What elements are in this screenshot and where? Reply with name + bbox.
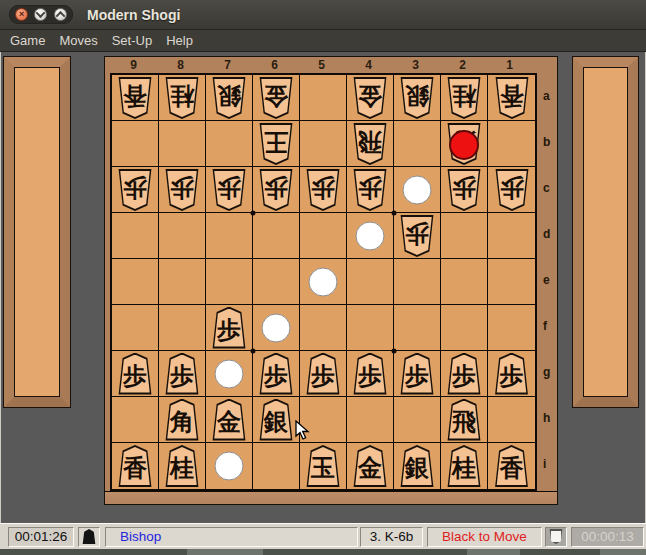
menubar: Game Moves Set-Up Help [0, 30, 646, 52]
black-bishop[interactable]: 角 [162, 399, 202, 441]
black-player-piece-icon [78, 527, 100, 547]
square-5e[interactable] [300, 259, 347, 305]
square-1e[interactable] [488, 259, 535, 305]
black-pawn[interactable]: 歩 [209, 307, 249, 349]
square-8d[interactable] [159, 213, 206, 259]
square-3c[interactable] [394, 167, 441, 213]
minimize-icon[interactable] [34, 8, 47, 21]
last-move-label: 3. K-6b [360, 527, 423, 547]
square-6d[interactable] [253, 213, 300, 259]
white-pawn[interactable]: 歩 [444, 169, 484, 211]
square-9g[interactable]: 歩 [112, 351, 159, 397]
black-gold[interactable]: 金 [350, 445, 390, 487]
move-hint-circle[interactable] [356, 221, 385, 250]
square-2g[interactable]: 歩 [441, 351, 488, 397]
square-7h[interactable]: 金 [206, 397, 253, 443]
rank-label: d [537, 211, 557, 257]
black-pawn[interactable]: 歩 [115, 353, 155, 395]
square-7f[interactable]: 歩 [206, 305, 253, 351]
menu-item-moves[interactable]: Moves [52, 31, 104, 50]
square-4i[interactable]: 金 [347, 443, 394, 489]
square-9e[interactable] [112, 259, 159, 305]
square-8a[interactable]: 桂 [159, 75, 206, 121]
square-5g[interactable]: 歩 [300, 351, 347, 397]
square-2f[interactable] [441, 305, 488, 351]
square-7c[interactable]: 歩 [206, 167, 253, 213]
square-2h[interactable]: 飛 [441, 397, 488, 443]
white-pawn[interactable]: 歩 [397, 215, 437, 257]
file-label: 8 [157, 57, 204, 73]
black-silver[interactable]: 銀 [397, 445, 437, 487]
black-rook[interactable]: 飛 [444, 399, 484, 441]
square-2b[interactable]: 角 [441, 121, 488, 167]
window-controls: × [9, 5, 73, 24]
square-4f[interactable] [347, 305, 394, 351]
app-window: × Modern Shogi Game Moves Set-Up Help 98… [0, 0, 646, 555]
square-1d[interactable] [488, 213, 535, 259]
white-lance[interactable]: 香 [492, 77, 532, 119]
square-1b[interactable] [488, 121, 535, 167]
black-pawn[interactable]: 歩 [444, 353, 484, 395]
square-5b[interactable] [300, 121, 347, 167]
white-silver[interactable]: 銀 [397, 77, 437, 119]
square-2e[interactable] [441, 259, 488, 305]
square-4e[interactable] [347, 259, 394, 305]
square-5c[interactable]: 歩 [300, 167, 347, 213]
black-pawn[interactable]: 歩 [492, 353, 532, 395]
square-3e[interactable] [394, 259, 441, 305]
square-9a[interactable]: 香 [112, 75, 159, 121]
square-6i[interactable] [253, 443, 300, 489]
move-hint-circle[interactable] [215, 359, 244, 388]
rank-label: i [537, 441, 557, 487]
square-6b[interactable]: 王 [253, 121, 300, 167]
capture-hint-circle[interactable] [449, 130, 479, 160]
white-pawn[interactable]: 歩 [256, 169, 296, 211]
square-3d[interactable]: 歩 [394, 213, 441, 259]
square-3i[interactable]: 銀 [394, 443, 441, 489]
square-9f[interactable] [112, 305, 159, 351]
white-knight[interactable]: 桂 [444, 77, 484, 119]
square-8h[interactable]: 角 [159, 397, 206, 443]
square-7e[interactable] [206, 259, 253, 305]
black-pawn[interactable]: 歩 [303, 353, 343, 395]
black-knight[interactable]: 桂 [162, 445, 202, 487]
square-7a[interactable]: 銀 [206, 75, 253, 121]
menu-item-help[interactable]: Help [159, 31, 200, 50]
close-icon[interactable]: × [15, 8, 28, 21]
square-4h[interactable] [347, 397, 394, 443]
maximize-icon[interactable] [54, 8, 67, 21]
rank-label: g [537, 349, 557, 395]
square-8c[interactable]: 歩 [159, 167, 206, 213]
white-pawn[interactable]: 歩 [492, 169, 532, 211]
window-bottom-edge [0, 549, 646, 555]
white-gold[interactable]: 金 [256, 77, 296, 119]
file-label: 4 [345, 57, 392, 73]
square-9i[interactable]: 香 [112, 443, 159, 489]
square-8e[interactable] [159, 259, 206, 305]
square-3h[interactable] [394, 397, 441, 443]
square-9d[interactable] [112, 213, 159, 259]
square-9h[interactable] [112, 397, 159, 443]
rank-label: f [537, 303, 557, 349]
board-grid: 香桂銀金金銀桂香王飛角歩歩歩歩歩歩歩歩歩歩歩歩歩歩歩歩歩歩角金銀飛香桂玉金銀桂香 [110, 73, 537, 491]
white-rook[interactable]: 飛 [350, 123, 390, 165]
square-8b[interactable] [159, 121, 206, 167]
board-bottom-edge [105, 491, 557, 504]
rank-label: h [537, 395, 557, 441]
square-1f[interactable] [488, 305, 535, 351]
square-1c[interactable]: 歩 [488, 167, 535, 213]
square-1g[interactable]: 歩 [488, 351, 535, 397]
main-area: 987654321 香桂銀金金銀桂香王飛角歩歩歩歩歩歩歩歩歩歩歩歩歩歩歩歩歩歩角… [0, 52, 646, 523]
star-point [251, 211, 256, 216]
file-label: 5 [298, 57, 345, 73]
move-hint-circle[interactable] [215, 452, 244, 481]
menu-item-game[interactable]: Game [3, 31, 52, 50]
star-point [251, 349, 256, 354]
square-7d[interactable] [206, 213, 253, 259]
white-gold[interactable]: 金 [350, 77, 390, 119]
black-silver[interactable]: 銀 [256, 399, 296, 441]
file-label: 6 [251, 57, 298, 73]
shogi-board: 987654321 香桂銀金金銀桂香王飛角歩歩歩歩歩歩歩歩歩歩歩歩歩歩歩歩歩歩角… [105, 57, 557, 504]
move-hint-circle[interactable] [309, 267, 338, 296]
square-4g[interactable]: 歩 [347, 351, 394, 397]
white-pawn[interactable]: 歩 [115, 169, 155, 211]
black-pawn[interactable]: 歩 [162, 353, 202, 395]
white-king[interactable]: 王 [256, 123, 296, 165]
square-2i[interactable]: 桂 [441, 443, 488, 489]
star-point [392, 349, 397, 354]
file-coordinates: 987654321 [110, 57, 533, 73]
square-8f[interactable] [159, 305, 206, 351]
square-5a[interactable] [300, 75, 347, 121]
square-7g[interactable] [206, 351, 253, 397]
white-player-piece-icon [545, 527, 567, 547]
white-pawn[interactable]: 歩 [162, 169, 202, 211]
square-5f[interactable] [300, 305, 347, 351]
square-7b[interactable] [206, 121, 253, 167]
titlebar: × Modern Shogi [0, 0, 646, 30]
star-point [392, 211, 397, 216]
black-captured-tray[interactable] [4, 57, 70, 407]
square-5d[interactable] [300, 213, 347, 259]
rank-label: b [537, 119, 557, 165]
black-gold[interactable]: 金 [209, 399, 249, 441]
square-6g[interactable]: 歩 [253, 351, 300, 397]
rank-label: a [537, 73, 557, 119]
square-2d[interactable] [441, 213, 488, 259]
square-4d[interactable] [347, 213, 394, 259]
black-clock: 00:01:26 [8, 527, 74, 547]
square-3b[interactable] [394, 121, 441, 167]
file-label: 3 [392, 57, 439, 73]
square-8g[interactable]: 歩 [159, 351, 206, 397]
square-3a[interactable]: 銀 [394, 75, 441, 121]
white-pawn[interactable]: 歩 [350, 169, 390, 211]
square-6h[interactable]: 銀 [253, 397, 300, 443]
menu-item-setup[interactable]: Set-Up [105, 31, 159, 50]
square-4b[interactable]: 飛 [347, 121, 394, 167]
status-bar: 00:01:26 Bishop 3. K-6b Black to Move 00… [0, 523, 646, 549]
rank-coordinates: abcdefghi [537, 73, 557, 491]
square-2c[interactable]: 歩 [441, 167, 488, 213]
rank-label: c [537, 165, 557, 211]
file-label: 7 [204, 57, 251, 73]
square-3g[interactable]: 歩 [394, 351, 441, 397]
white-pawn[interactable]: 歩 [303, 169, 343, 211]
square-5i[interactable]: 玉 [300, 443, 347, 489]
square-1h[interactable] [488, 397, 535, 443]
black-king[interactable]: 玉 [303, 445, 343, 487]
file-label: 9 [110, 57, 157, 73]
square-9b[interactable] [112, 121, 159, 167]
white-knight[interactable]: 桂 [162, 77, 202, 119]
square-6a[interactable]: 金 [253, 75, 300, 121]
white-pawn[interactable]: 歩 [209, 169, 249, 211]
white-silver[interactable]: 銀 [209, 77, 249, 119]
square-4c[interactable]: 歩 [347, 167, 394, 213]
square-6c[interactable]: 歩 [253, 167, 300, 213]
mouse-cursor-icon [294, 420, 312, 440]
rank-label: e [537, 257, 557, 303]
black-lance[interactable]: 香 [492, 445, 532, 487]
white-clock: 00:00:13 [571, 527, 644, 547]
black-knight[interactable]: 桂 [444, 445, 484, 487]
square-7i[interactable] [206, 443, 253, 489]
window-title: Modern Shogi [87, 7, 180, 23]
square-6e[interactable] [253, 259, 300, 305]
white-lance[interactable]: 香 [115, 77, 155, 119]
black-lance[interactable]: 香 [115, 445, 155, 487]
move-hint-circle[interactable] [403, 175, 432, 204]
white-captured-tray[interactable] [573, 57, 638, 407]
move-hint-circle[interactable] [262, 313, 291, 342]
square-1i[interactable]: 香 [488, 443, 535, 489]
square-1a[interactable]: 香 [488, 75, 535, 121]
file-label: 2 [439, 57, 486, 73]
turn-indicator: Black to Move [427, 527, 542, 547]
square-2a[interactable]: 桂 [441, 75, 488, 121]
square-9c[interactable]: 歩 [112, 167, 159, 213]
black-pawn[interactable]: 歩 [350, 353, 390, 395]
black-pawn[interactable]: 歩 [397, 353, 437, 395]
square-4a[interactable]: 金 [347, 75, 394, 121]
square-3f[interactable] [394, 305, 441, 351]
selected-piece-label: Bishop [105, 527, 358, 547]
file-label: 1 [486, 57, 533, 73]
black-pawn[interactable]: 歩 [256, 353, 296, 395]
square-6f[interactable] [253, 305, 300, 351]
square-8i[interactable]: 桂 [159, 443, 206, 489]
